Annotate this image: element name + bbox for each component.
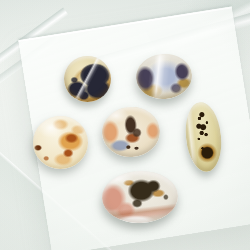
photo-vignette xyxy=(0,0,250,250)
gemstone-photo-scene xyxy=(0,0,250,250)
